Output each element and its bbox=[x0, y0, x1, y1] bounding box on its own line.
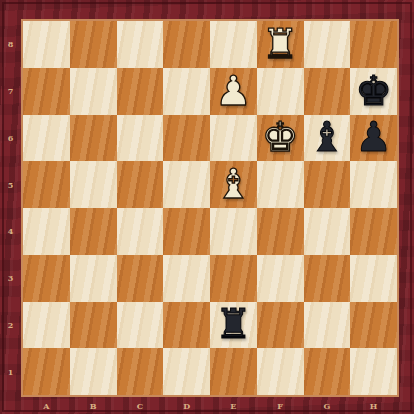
square-c7[interactable] bbox=[117, 68, 164, 115]
file-label-f: F bbox=[257, 397, 304, 414]
square-c8[interactable] bbox=[117, 21, 164, 68]
square-c2[interactable] bbox=[117, 302, 164, 349]
file-label-h: H bbox=[350, 397, 397, 414]
rank-label-3: 3 bbox=[0, 255, 21, 302]
file-label-g: G bbox=[304, 397, 351, 414]
square-h5[interactable] bbox=[350, 161, 397, 208]
square-d5[interactable] bbox=[163, 161, 210, 208]
piece-black-rook[interactable]: ♜ bbox=[215, 304, 252, 345]
piece-black-king[interactable]: ♚ bbox=[355, 71, 392, 112]
square-d2[interactable] bbox=[163, 302, 210, 349]
square-f2[interactable] bbox=[257, 302, 304, 349]
square-c4[interactable] bbox=[117, 208, 164, 255]
square-a3[interactable] bbox=[23, 255, 70, 302]
square-a2[interactable] bbox=[23, 302, 70, 349]
square-h3[interactable] bbox=[350, 255, 397, 302]
square-b7[interactable] bbox=[70, 68, 117, 115]
square-f4[interactable] bbox=[257, 208, 304, 255]
square-c5[interactable] bbox=[117, 161, 164, 208]
rank-label-1: 1 bbox=[0, 348, 21, 395]
piece-black-bishop[interactable]: ♝ bbox=[308, 117, 345, 158]
square-b6[interactable] bbox=[70, 115, 117, 162]
square-a5[interactable] bbox=[23, 161, 70, 208]
square-g6[interactable]: ♝ bbox=[304, 115, 351, 162]
square-d4[interactable] bbox=[163, 208, 210, 255]
square-d1[interactable] bbox=[163, 348, 210, 395]
rank-label-7: 7 bbox=[0, 68, 21, 115]
piece-white-king[interactable]: ♚ bbox=[262, 117, 299, 158]
square-a6[interactable] bbox=[23, 115, 70, 162]
square-a4[interactable] bbox=[23, 208, 70, 255]
square-f1[interactable] bbox=[257, 348, 304, 395]
square-g2[interactable] bbox=[304, 302, 351, 349]
file-label-d: D bbox=[163, 397, 210, 414]
square-f8[interactable]: ♜ bbox=[257, 21, 304, 68]
square-f7[interactable] bbox=[257, 68, 304, 115]
file-label-c: C bbox=[117, 397, 164, 414]
square-g5[interactable] bbox=[304, 161, 351, 208]
square-g7[interactable] bbox=[304, 68, 351, 115]
piece-white-pawn[interactable]: ♟ bbox=[215, 71, 252, 112]
rank-label-8: 8 bbox=[0, 21, 21, 68]
square-h6[interactable]: ♟ bbox=[350, 115, 397, 162]
rank-label-6: 6 bbox=[0, 115, 21, 162]
file-label-e: E bbox=[210, 397, 257, 414]
square-a1[interactable] bbox=[23, 348, 70, 395]
square-h8[interactable] bbox=[350, 21, 397, 68]
square-h2[interactable] bbox=[350, 302, 397, 349]
square-e6[interactable] bbox=[210, 115, 257, 162]
file-label-b: B bbox=[70, 397, 117, 414]
square-b8[interactable] bbox=[70, 21, 117, 68]
square-g3[interactable] bbox=[304, 255, 351, 302]
square-c1[interactable] bbox=[117, 348, 164, 395]
square-e4[interactable] bbox=[210, 208, 257, 255]
square-g1[interactable] bbox=[304, 348, 351, 395]
rank-label-2: 2 bbox=[0, 302, 21, 349]
rank-label-5: 5 bbox=[0, 161, 21, 208]
piece-black-pawn[interactable]: ♟ bbox=[355, 117, 392, 158]
square-e1[interactable] bbox=[210, 348, 257, 395]
square-h4[interactable] bbox=[350, 208, 397, 255]
square-e3[interactable] bbox=[210, 255, 257, 302]
square-a7[interactable] bbox=[23, 68, 70, 115]
square-e2[interactable]: ♜ bbox=[210, 302, 257, 349]
rank-label-4: 4 bbox=[0, 208, 21, 255]
square-e7[interactable]: ♟ bbox=[210, 68, 257, 115]
square-e8[interactable] bbox=[210, 21, 257, 68]
square-h7[interactable]: ♚ bbox=[350, 68, 397, 115]
square-d6[interactable] bbox=[163, 115, 210, 162]
chess-board-frame: ♜♟♚♚♝♟♝♜ 87654321ABCDEFGH bbox=[0, 0, 414, 414]
square-c3[interactable] bbox=[117, 255, 164, 302]
file-label-a: A bbox=[23, 397, 70, 414]
piece-white-bishop[interactable]: ♝ bbox=[215, 164, 252, 205]
square-b4[interactable] bbox=[70, 208, 117, 255]
square-f6[interactable]: ♚ bbox=[257, 115, 304, 162]
square-b2[interactable] bbox=[70, 302, 117, 349]
square-b3[interactable] bbox=[70, 255, 117, 302]
piece-white-rook[interactable]: ♜ bbox=[262, 24, 299, 65]
square-a8[interactable] bbox=[23, 21, 70, 68]
square-b5[interactable] bbox=[70, 161, 117, 208]
square-h1[interactable] bbox=[350, 348, 397, 395]
square-d8[interactable] bbox=[163, 21, 210, 68]
square-b1[interactable] bbox=[70, 348, 117, 395]
square-g4[interactable] bbox=[304, 208, 351, 255]
square-d7[interactable] bbox=[163, 68, 210, 115]
square-d3[interactable] bbox=[163, 255, 210, 302]
square-c6[interactable] bbox=[117, 115, 164, 162]
square-e5[interactable]: ♝ bbox=[210, 161, 257, 208]
square-g8[interactable] bbox=[304, 21, 351, 68]
square-f3[interactable] bbox=[257, 255, 304, 302]
chess-board: ♜♟♚♚♝♟♝♜ bbox=[23, 21, 397, 395]
square-f5[interactable] bbox=[257, 161, 304, 208]
